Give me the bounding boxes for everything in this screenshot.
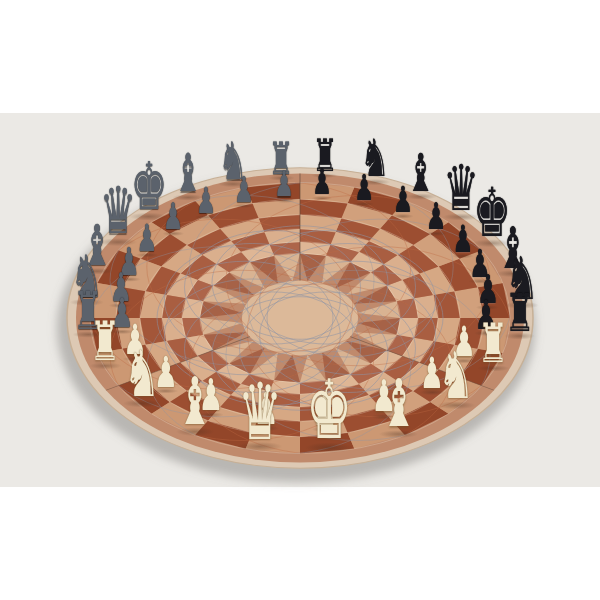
black-pawn-glyph: ♟ [312,164,332,199]
white-bishop-glyph: ♝ [380,371,417,437]
black-pawn[interactable]: ♟ [424,207,449,235]
white-king-glyph: ♚ [306,370,352,452]
white-bishop-glyph: ♝ [176,369,213,435]
gray-pawn[interactable]: ♟ [231,180,256,208]
white-bishop[interactable]: ♝ [376,387,422,438]
black-pawn-glyph: ♟ [354,170,374,206]
black-pawn[interactable]: ♟ [309,173,333,200]
gray-pawn-glyph: ♟ [162,199,183,236]
white-queen[interactable]: ♛ [233,391,287,452]
black-pawn[interactable]: ♟ [390,190,415,218]
photo-scene: Overhead photo of a round three-player c… [0,0,600,600]
white-knight-glyph: ♞ [438,344,475,409]
gray-pawn-glyph: ♟ [195,183,216,219]
white-king[interactable]: ♚ [301,389,357,452]
white-queen-glyph: ♛ [238,372,282,451]
white-knight[interactable]: ♞ [434,359,479,409]
white-knight[interactable]: ♞ [119,357,163,407]
gray-pawn-glyph: ♟ [233,172,253,208]
black-pawn[interactable]: ♟ [352,178,377,206]
gray-pawn-glyph: ♟ [274,167,294,203]
white-rook-glyph: ♜ [90,314,121,368]
black-pawn-glyph: ♟ [426,199,447,236]
white-rook-glyph: ♜ [478,317,509,371]
gray-pawn[interactable]: ♟ [272,175,297,202]
white-knight-glyph: ♞ [123,342,159,406]
white-rook[interactable]: ♜ [475,329,512,371]
gray-pawn[interactable]: ♟ [193,191,218,219]
pieces-layer: ♜♞♝♚♛♝♞♜♟♟♟♟♟♟♟♟♜♞♝♛♚♝♞♜♟♟♟♟♟♟♟♟♜♞♝♛♚♝♞♜… [0,0,600,600]
white-bishop[interactable]: ♝ [172,385,218,436]
gray-pawn[interactable]: ♟ [160,207,185,235]
black-pawn-glyph: ♟ [393,182,413,218]
